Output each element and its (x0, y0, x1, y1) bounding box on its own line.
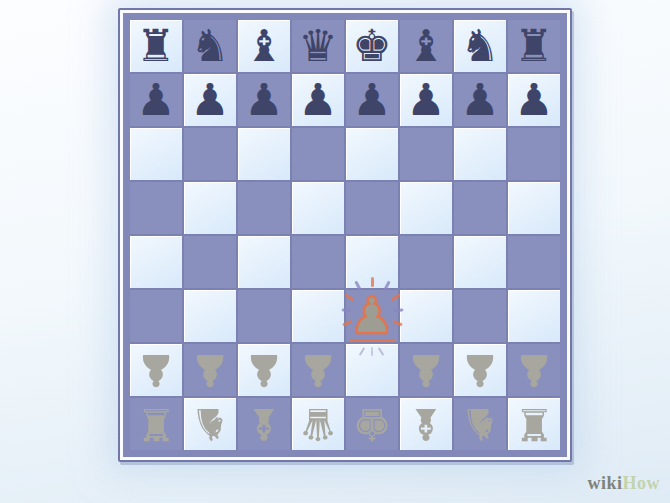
square-g3 (454, 290, 506, 342)
square-h2: ♟ (508, 344, 560, 396)
square-a3 (130, 290, 182, 342)
square-g5 (454, 182, 506, 234)
white-pawn-b2: ♟ (184, 344, 236, 396)
wikihow-how-text: How (623, 473, 661, 493)
black-queen-d8: ♛ (292, 20, 344, 72)
square-h4 (508, 236, 560, 288)
square-c4 (238, 236, 290, 288)
square-b4 (184, 236, 236, 288)
square-e7: ♟ (346, 74, 398, 126)
black-pawn-d7: ♟ (292, 74, 344, 126)
square-c5 (238, 182, 290, 234)
white-bishop-f1: ♝ (400, 398, 452, 450)
square-f6 (400, 128, 452, 180)
white-rook-h1: ♜ (508, 398, 560, 450)
square-d5 (292, 182, 344, 234)
square-a7: ♟ (130, 74, 182, 126)
black-king-e8: ♚ (346, 20, 398, 72)
black-pawn-f7: ♟ (400, 74, 452, 126)
wikihow-watermark: wikiHow (587, 473, 660, 494)
square-f2: ♟ (400, 344, 452, 396)
square-d4 (292, 236, 344, 288)
black-knight-b8: ♞ (184, 20, 236, 72)
square-c7: ♟ (238, 74, 290, 126)
white-bishop-c1: ♝ (238, 398, 290, 450)
white-rook-a1: ♜ (130, 398, 182, 450)
square-e5 (346, 182, 398, 234)
black-knight-g8: ♞ (454, 20, 506, 72)
wikihow-wiki-text: wiki (587, 473, 622, 493)
white-queen-d1: ♛ (292, 398, 344, 450)
square-b8: ♞ (184, 20, 236, 72)
square-c3 (238, 290, 290, 342)
white-knight-b1: ♞ (184, 398, 236, 450)
square-e6 (346, 128, 398, 180)
square-a4 (130, 236, 182, 288)
square-a8: ♜ (130, 20, 182, 72)
white-pawn-e3: ♟ (346, 290, 398, 342)
square-h1: ♜ (508, 398, 560, 450)
square-b5 (184, 182, 236, 234)
white-pawn-h2: ♟ (508, 344, 560, 396)
square-g7: ♟ (454, 74, 506, 126)
white-pawn-c2: ♟ (238, 344, 290, 396)
black-pawn-a7: ♟ (130, 74, 182, 126)
square-d7: ♟ (292, 74, 344, 126)
square-g4 (454, 236, 506, 288)
square-g8: ♞ (454, 20, 506, 72)
white-pawn-a2: ♟ (130, 344, 182, 396)
white-pawn-g2: ♟ (454, 344, 506, 396)
black-rook-h8: ♜ (508, 20, 560, 72)
black-pawn-e7: ♟ (346, 74, 398, 126)
square-e1: ♚ (346, 398, 398, 450)
square-d6 (292, 128, 344, 180)
white-king-e1: ♚ (346, 398, 398, 450)
square-b2: ♟ (184, 344, 236, 396)
square-e8: ♚ (346, 20, 398, 72)
square-b1: ♞ (184, 398, 236, 450)
square-a5 (130, 182, 182, 234)
square-b6 (184, 128, 236, 180)
square-a6 (130, 128, 182, 180)
square-h7: ♟ (508, 74, 560, 126)
square-c1: ♝ (238, 398, 290, 450)
square-h5 (508, 182, 560, 234)
square-e3: ♟ (346, 290, 398, 342)
square-g1: ♞ (454, 398, 506, 450)
square-f1: ♝ (400, 398, 452, 450)
square-d3 (292, 290, 344, 342)
black-pawn-h7: ♟ (508, 74, 560, 126)
square-f7: ♟ (400, 74, 452, 126)
square-g2: ♟ (454, 344, 506, 396)
black-bishop-c8: ♝ (238, 20, 290, 72)
square-b7: ♟ (184, 74, 236, 126)
square-f5 (400, 182, 452, 234)
square-d8: ♛ (292, 20, 344, 72)
illustration-canvas: ♜♞♝♛♚♝♞♜♟♟♟♟♟♟♟♟♟♟♟♟♟♟♟♟♜♞♝♛♚♝♞♜ wikiHow (0, 0, 670, 503)
black-pawn-b7: ♟ (184, 74, 236, 126)
square-f8: ♝ (400, 20, 452, 72)
square-e2 (346, 344, 398, 396)
square-f3 (400, 290, 452, 342)
black-pawn-g7: ♟ (454, 74, 506, 126)
white-pawn-d2: ♟ (292, 344, 344, 396)
move-trail-marks (346, 345, 398, 359)
square-a2: ♟ (130, 344, 182, 396)
square-h6 (508, 128, 560, 180)
board-frame: ♜♞♝♛♚♝♞♜♟♟♟♟♟♟♟♟♟♟♟♟♟♟♟♟♜♞♝♛♚♝♞♜ (120, 10, 570, 460)
white-knight-g1: ♞ (454, 398, 506, 450)
board-grid: ♜♞♝♛♚♝♞♜♟♟♟♟♟♟♟♟♟♟♟♟♟♟♟♟♜♞♝♛♚♝♞♜ (130, 20, 560, 450)
highlight-baseline (349, 339, 395, 342)
black-rook-a8: ♜ (130, 20, 182, 72)
square-b3 (184, 290, 236, 342)
white-pawn-f2: ♟ (400, 344, 452, 396)
black-pawn-c7: ♟ (238, 74, 290, 126)
square-h3 (508, 290, 560, 342)
square-h8: ♜ (508, 20, 560, 72)
square-g6 (454, 128, 506, 180)
square-c6 (238, 128, 290, 180)
square-c8: ♝ (238, 20, 290, 72)
square-a1: ♜ (130, 398, 182, 450)
square-d1: ♛ (292, 398, 344, 450)
square-f4 (400, 236, 452, 288)
square-d2: ♟ (292, 344, 344, 396)
black-bishop-f8: ♝ (400, 20, 452, 72)
chess-board: ♜♞♝♛♚♝♞♜♟♟♟♟♟♟♟♟♟♟♟♟♟♟♟♟♜♞♝♛♚♝♞♜ (118, 8, 572, 462)
square-c2: ♟ (238, 344, 290, 396)
